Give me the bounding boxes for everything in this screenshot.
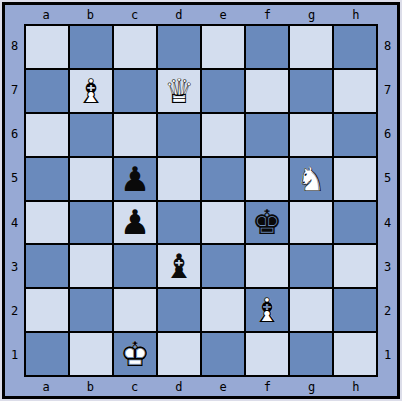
square-d8[interactable] xyxy=(158,26,200,68)
square-g4[interactable] xyxy=(290,202,332,244)
square-g1[interactable] xyxy=(290,333,332,375)
square-e7[interactable] xyxy=(202,70,244,112)
square-c1[interactable]: ♚♔ xyxy=(114,333,156,375)
coord-rank-3: 3 xyxy=(384,260,391,274)
square-d1[interactable] xyxy=(158,333,200,375)
square-f3[interactable] xyxy=(246,245,288,287)
black-pawn[interactable]: ♟ xyxy=(115,159,155,199)
coord-rank-1: 1 xyxy=(11,348,18,362)
coord-rank-6: 6 xyxy=(384,127,391,141)
square-h4[interactable] xyxy=(334,202,376,244)
coord-rank-5: 5 xyxy=(11,171,18,185)
white-bishop[interactable]: ♝♗ xyxy=(247,290,287,330)
square-a5[interactable] xyxy=(26,158,68,200)
white-queen-outline: ♕ xyxy=(159,71,199,111)
square-a7[interactable] xyxy=(26,70,68,112)
coord-file-c: c xyxy=(131,380,138,394)
black-bishop[interactable]: ♝ xyxy=(159,246,199,286)
square-b4[interactable] xyxy=(70,202,112,244)
square-h3[interactable] xyxy=(334,245,376,287)
square-f1[interactable] xyxy=(246,333,288,375)
square-d5[interactable] xyxy=(158,158,200,200)
file-labels-bottom: abcdefgh xyxy=(24,377,378,396)
square-g3[interactable] xyxy=(290,245,332,287)
rank-labels-right: 87654321 xyxy=(378,24,397,377)
square-f7[interactable] xyxy=(246,70,288,112)
square-b5[interactable] xyxy=(70,158,112,200)
white-knight-outline: ♘ xyxy=(291,159,331,199)
square-e1[interactable] xyxy=(202,333,244,375)
square-e5[interactable] xyxy=(202,158,244,200)
coord-file-c: c xyxy=(131,8,138,22)
board-frame: abcdefgh abcdefgh 87654321 87654321 ♝♗♛♕… xyxy=(2,2,400,399)
coord-file-e: e xyxy=(220,380,227,394)
square-b6[interactable] xyxy=(70,114,112,156)
square-c3[interactable] xyxy=(114,245,156,287)
square-a2[interactable] xyxy=(26,289,68,331)
coord-rank-2: 2 xyxy=(384,304,391,318)
square-f4[interactable]: ♚ xyxy=(246,202,288,244)
square-h1[interactable] xyxy=(334,333,376,375)
chess-diagram: abcdefgh abcdefgh 87654321 87654321 ♝♗♛♕… xyxy=(0,0,402,401)
square-c6[interactable] xyxy=(114,114,156,156)
square-a6[interactable] xyxy=(26,114,68,156)
coord-rank-7: 7 xyxy=(384,83,391,97)
square-c5[interactable]: ♟ xyxy=(114,158,156,200)
square-e6[interactable] xyxy=(202,114,244,156)
square-h5[interactable] xyxy=(334,158,376,200)
coord-file-e: e xyxy=(220,8,227,22)
coord-file-b: b xyxy=(87,380,94,394)
square-d3[interactable]: ♝ xyxy=(158,245,200,287)
coord-file-d: d xyxy=(175,380,182,394)
square-d6[interactable] xyxy=(158,114,200,156)
square-b7[interactable]: ♝♗ xyxy=(70,70,112,112)
square-g5[interactable]: ♞♘ xyxy=(290,158,332,200)
square-b8[interactable] xyxy=(70,26,112,68)
black-king[interactable]: ♚ xyxy=(247,202,287,242)
square-g7[interactable] xyxy=(290,70,332,112)
black-pawn[interactable]: ♟ xyxy=(115,202,155,242)
square-h8[interactable] xyxy=(334,26,376,68)
coord-file-f: f xyxy=(264,380,271,394)
square-d2[interactable] xyxy=(158,289,200,331)
square-b3[interactable] xyxy=(70,245,112,287)
black-pawn-glyph: ♟ xyxy=(115,159,155,199)
white-bishop-outline: ♗ xyxy=(71,71,111,111)
square-h2[interactable] xyxy=(334,289,376,331)
coord-file-h: h xyxy=(352,8,359,22)
coord-file-g: g xyxy=(308,380,315,394)
white-bishop[interactable]: ♝♗ xyxy=(71,71,111,111)
square-c7[interactable] xyxy=(114,70,156,112)
square-a8[interactable] xyxy=(26,26,68,68)
square-e2[interactable] xyxy=(202,289,244,331)
white-knight[interactable]: ♞♘ xyxy=(291,159,331,199)
square-a4[interactable] xyxy=(26,202,68,244)
square-b2[interactable] xyxy=(70,289,112,331)
square-f6[interactable] xyxy=(246,114,288,156)
coord-rank-1: 1 xyxy=(384,348,391,362)
square-f5[interactable] xyxy=(246,158,288,200)
white-king-outline: ♔ xyxy=(115,334,155,374)
square-g8[interactable] xyxy=(290,26,332,68)
coord-rank-2: 2 xyxy=(11,304,18,318)
square-d7[interactable]: ♛♕ xyxy=(158,70,200,112)
white-bishop-outline: ♗ xyxy=(247,290,287,330)
rank-labels-left: 87654321 xyxy=(5,24,24,377)
black-bishop-glyph: ♝ xyxy=(159,246,199,286)
coord-rank-8: 8 xyxy=(384,39,391,53)
coord-rank-6: 6 xyxy=(11,127,18,141)
square-b1[interactable] xyxy=(70,333,112,375)
chess-board: ♝♗♛♕♟♞♘♟♚♝♝♗♚♔ xyxy=(24,24,378,377)
square-g2[interactable] xyxy=(290,289,332,331)
square-g6[interactable] xyxy=(290,114,332,156)
square-c2[interactable] xyxy=(114,289,156,331)
coord-file-b: b xyxy=(87,8,94,22)
coord-rank-3: 3 xyxy=(11,260,18,274)
square-d4[interactable] xyxy=(158,202,200,244)
square-e8[interactable] xyxy=(202,26,244,68)
coord-file-d: d xyxy=(175,8,182,22)
square-h6[interactable] xyxy=(334,114,376,156)
coord-rank-4: 4 xyxy=(11,216,18,230)
square-f8[interactable] xyxy=(246,26,288,68)
square-h7[interactable] xyxy=(334,70,376,112)
coord-file-f: f xyxy=(264,8,271,22)
coord-rank-8: 8 xyxy=(11,39,18,53)
black-pawn-glyph: ♟ xyxy=(115,202,155,242)
square-a3[interactable] xyxy=(26,245,68,287)
coord-file-g: g xyxy=(308,8,315,22)
coord-file-a: a xyxy=(43,380,50,394)
coord-file-h: h xyxy=(352,380,359,394)
square-a1[interactable] xyxy=(26,333,68,375)
coord-rank-4: 4 xyxy=(384,216,391,230)
square-f2[interactable]: ♝♗ xyxy=(246,289,288,331)
file-labels-top: abcdefgh xyxy=(24,5,378,24)
white-queen[interactable]: ♛♕ xyxy=(159,71,199,111)
black-king-glyph: ♚ xyxy=(247,202,287,242)
white-king[interactable]: ♚♔ xyxy=(115,334,155,374)
square-c8[interactable] xyxy=(114,26,156,68)
square-e4[interactable] xyxy=(202,202,244,244)
square-e3[interactable] xyxy=(202,245,244,287)
coord-rank-7: 7 xyxy=(11,83,18,97)
coord-rank-5: 5 xyxy=(384,171,391,185)
coord-file-a: a xyxy=(43,8,50,22)
square-c4[interactable]: ♟ xyxy=(114,202,156,244)
